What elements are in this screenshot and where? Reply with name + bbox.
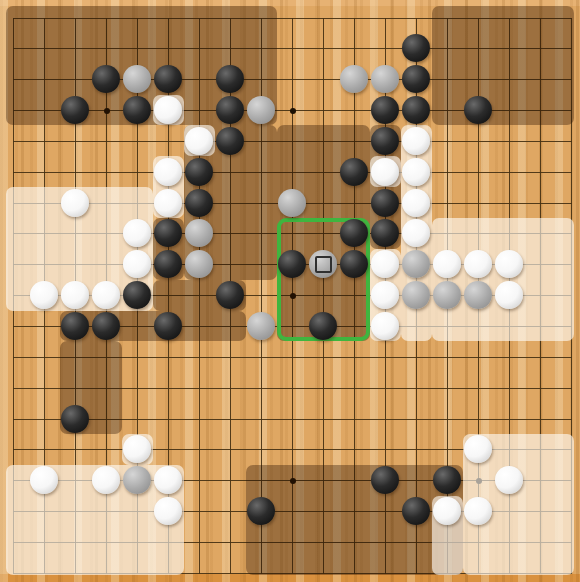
black-territory-region xyxy=(432,6,575,125)
stone-black[interactable] xyxy=(92,312,120,340)
black-territory-region xyxy=(246,465,463,575)
stone-black[interactable] xyxy=(154,65,182,93)
stone-gray[interactable] xyxy=(247,96,275,124)
stone-black[interactable] xyxy=(185,158,213,186)
stone-black[interactable] xyxy=(402,65,430,93)
stone-white[interactable] xyxy=(433,497,461,525)
stone-black[interactable] xyxy=(216,281,244,309)
stone-white[interactable] xyxy=(185,127,213,155)
stone-gray[interactable] xyxy=(123,65,151,93)
stone-black[interactable] xyxy=(154,312,182,340)
stone-black[interactable] xyxy=(340,158,368,186)
stone-gray[interactable] xyxy=(433,281,461,309)
stone-white[interactable] xyxy=(371,158,399,186)
screenshot-stage xyxy=(0,0,580,582)
stone-white[interactable] xyxy=(402,158,430,186)
star-point xyxy=(290,108,296,114)
last-move-marker xyxy=(315,256,332,273)
stone-black[interactable] xyxy=(402,34,430,62)
stone-gray[interactable] xyxy=(371,65,399,93)
stone-black[interactable] xyxy=(402,497,430,525)
stone-white[interactable] xyxy=(495,281,523,309)
go-board[interactable] xyxy=(0,0,580,582)
stone-black[interactable] xyxy=(185,189,213,217)
stone-black[interactable] xyxy=(216,96,244,124)
stone-white[interactable] xyxy=(371,281,399,309)
stone-white[interactable] xyxy=(402,189,430,217)
stone-gray[interactable] xyxy=(464,281,492,309)
stone-black[interactable] xyxy=(61,96,89,124)
stone-black[interactable] xyxy=(216,127,244,155)
stone-black[interactable] xyxy=(464,96,492,124)
white-territory-region xyxy=(432,218,575,341)
stone-black[interactable] xyxy=(123,281,151,309)
stone-black[interactable] xyxy=(371,189,399,217)
stone-black[interactable] xyxy=(61,405,89,433)
stone-white[interactable] xyxy=(371,312,399,340)
stone-white[interactable] xyxy=(154,96,182,124)
stone-white[interactable] xyxy=(464,497,492,525)
stone-gray[interactable] xyxy=(402,281,430,309)
stone-white[interactable] xyxy=(30,281,58,309)
stone-white[interactable] xyxy=(61,189,89,217)
stone-white[interactable] xyxy=(92,281,120,309)
stone-black[interactable] xyxy=(371,96,399,124)
stone-black[interactable] xyxy=(402,96,430,124)
stone-black[interactable] xyxy=(123,96,151,124)
stone-black[interactable] xyxy=(371,127,399,155)
stone-black[interactable] xyxy=(61,312,89,340)
stone-black[interactable] xyxy=(216,65,244,93)
stone-gray[interactable] xyxy=(278,189,306,217)
stone-black[interactable] xyxy=(92,65,120,93)
stone-gray[interactable] xyxy=(247,312,275,340)
stone-white[interactable] xyxy=(402,127,430,155)
stone-black[interactable] xyxy=(309,312,337,340)
stone-white[interactable] xyxy=(154,158,182,186)
stone-black[interactable] xyxy=(247,497,275,525)
stone-gray[interactable] xyxy=(340,65,368,93)
stone-white[interactable] xyxy=(61,281,89,309)
stone-white[interactable] xyxy=(154,189,182,217)
stone-white[interactable] xyxy=(154,497,182,525)
